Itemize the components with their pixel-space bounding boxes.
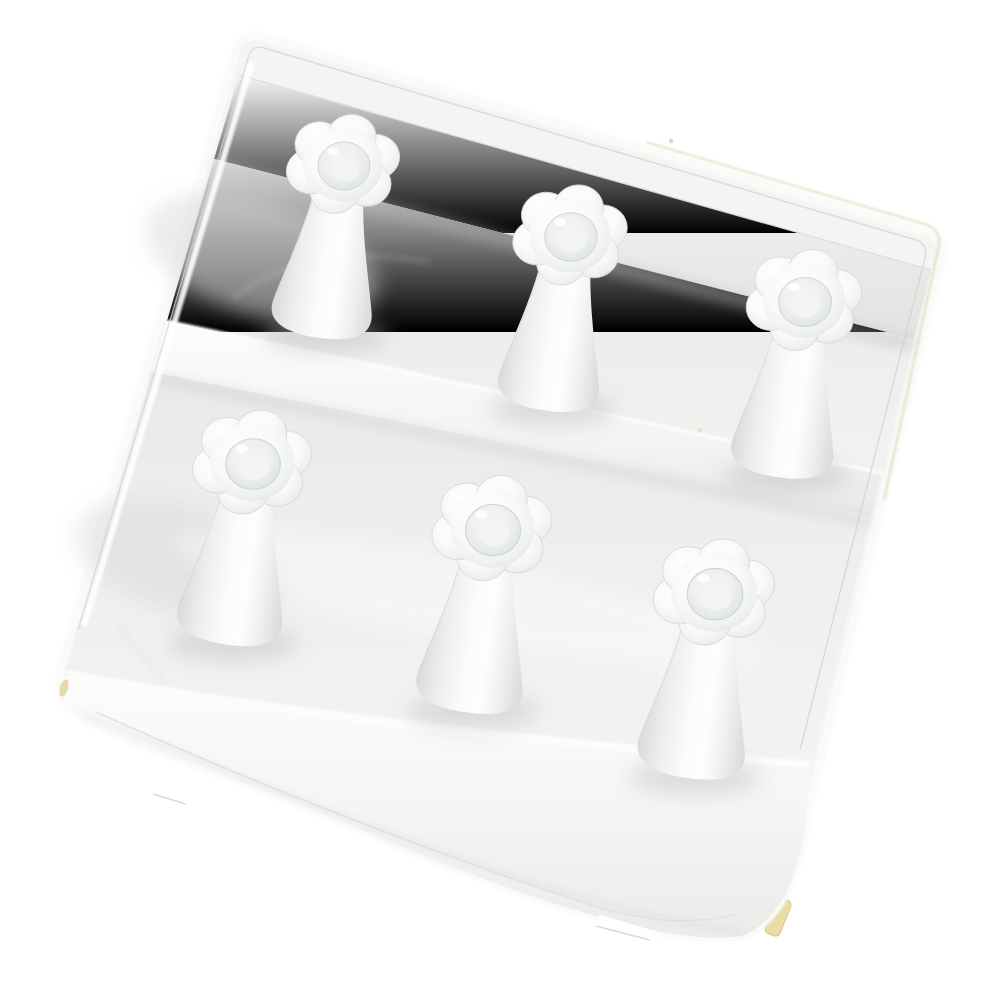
speck-rim xyxy=(669,139,673,143)
foot-notch-left xyxy=(148,785,190,819)
product-photo-scene xyxy=(0,0,1000,1000)
stand-illustration xyxy=(0,0,1000,1000)
speck-deck xyxy=(698,428,702,432)
